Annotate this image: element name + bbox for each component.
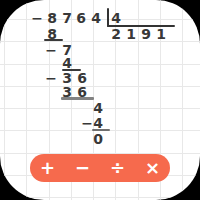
division-rule-line [44, 39, 63, 41]
division-digit: 4 [93, 101, 103, 115]
division-rule-line [62, 69, 81, 71]
division-digit: 2 [111, 27, 121, 41]
division-digit: 1 [156, 27, 166, 41]
minus-button[interactable]: − [75, 159, 90, 177]
division-app-icon: { "game": "long-division-worksheet", "po… [0, 0, 200, 200]
minus-sign: − [81, 116, 93, 130]
plus-button[interactable]: + [40, 159, 55, 177]
division-digit: 1 [126, 27, 136, 41]
division-rule-line [107, 25, 175, 27]
division-digit: 3 [62, 71, 72, 85]
division-digit: 4 [111, 11, 121, 25]
division-digit: 8 [47, 11, 57, 25]
minus-sign: − [45, 43, 57, 57]
divide-button[interactable]: ÷ [110, 159, 125, 177]
division-digit: 4 [62, 56, 72, 70]
division-digit: 4 [93, 116, 103, 130]
division-digit: 4 [91, 11, 101, 25]
division-digit: 6 [77, 71, 87, 85]
division-rule-line [92, 129, 110, 131]
multiply-button[interactable]: × [145, 159, 160, 177]
division-bracket-bar [107, 8, 109, 27]
minus-sign: − [45, 71, 57, 85]
calculator-bar: + − ÷ × [30, 154, 170, 182]
division-digit: 9 [141, 27, 151, 41]
division-digit: 0 [93, 132, 103, 146]
minus-sign: − [31, 11, 43, 25]
division-rule-line [61, 97, 94, 100]
division-digit: 6 [76, 11, 86, 25]
division-digit: 7 [62, 11, 72, 25]
icon-card: −8764482191−74−36364−40 + − ÷ × [0, 0, 200, 200]
